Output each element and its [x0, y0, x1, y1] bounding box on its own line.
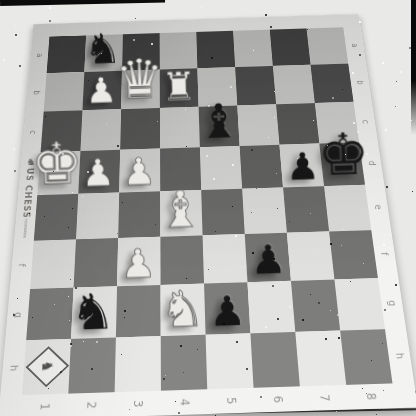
- square-e1: [34, 194, 78, 241]
- rank-label-bottom-8: 8: [346, 383, 396, 409]
- us-chess-corner-logo: ♞: [25, 346, 69, 387]
- square-b5: [197, 67, 237, 107]
- square-e8: [324, 185, 371, 232]
- mat-border-top: [49, 23, 86, 37]
- file-label-text: h: [393, 352, 407, 359]
- square-e5: [201, 189, 245, 236]
- background-right-strip: [411, 0, 416, 135]
- square-f4: [160, 235, 204, 285]
- rank-label-text: 6: [270, 395, 284, 403]
- rank-label-text: 3: [131, 400, 145, 408]
- mat-corner-top: [341, 14, 360, 27]
- square-d1: ♚: [37, 151, 80, 195]
- rank-label-bottom-2: 2: [67, 392, 115, 416]
- square-h3: [115, 336, 161, 392]
- file-label-right-b: b: [348, 63, 371, 102]
- square-a1: [47, 35, 87, 73]
- file-label-text: c: [27, 130, 38, 134]
- square-c8: [315, 102, 359, 144]
- square-a5: [196, 31, 235, 69]
- square-h7: [295, 330, 346, 386]
- square-a2: ♞: [84, 34, 123, 72]
- square-f8: [329, 230, 378, 279]
- photo-canvas: a♞ab♟♛♜bc♝c♚♟♟♟♚d♝ef♟♟fg♞♞♟gh♞h12345678♞…: [0, 0, 416, 416]
- mat-border-top: [86, 21, 123, 35]
- square-d5: [200, 146, 242, 190]
- square-g5: ♟: [204, 282, 250, 335]
- square-c2: [80, 109, 121, 151]
- square-a3: [122, 33, 160, 71]
- square-c3: [120, 108, 160, 150]
- us-chess-wordmark: US CHESS: [20, 168, 35, 219]
- square-f6: ♟: [245, 233, 291, 282]
- rank-label-bottom-3: 3: [114, 391, 161, 416]
- square-g7: [291, 279, 340, 331]
- square-h5: [206, 333, 254, 389]
- square-g1: [26, 288, 73, 341]
- rank-label-text: 1: [37, 403, 51, 411]
- square-h2: [68, 338, 116, 394]
- square-c1: [41, 110, 83, 152]
- square-d3: ♟: [119, 148, 160, 192]
- file-label-text: c: [360, 119, 371, 123]
- square-d4: [160, 147, 201, 191]
- square-b2: ♟: [82, 71, 122, 111]
- square-a7: [270, 29, 311, 66]
- square-e7: [283, 186, 329, 233]
- square-h6: [250, 332, 299, 388]
- rank-label-bottom-1: 1: [20, 394, 68, 416]
- mat-corner-bottom: [392, 383, 416, 408]
- square-g8: [334, 278, 385, 330]
- square-b7: [273, 65, 315, 104]
- file-label-text: a: [349, 43, 360, 47]
- square-a6: [233, 30, 273, 67]
- mat-border-top: [232, 17, 269, 31]
- scene: a♞ab♟♛♜bc♝c♚♟♟♟♚d♝ef♟♟fg♞♞♟gh♞h12345678♞…: [0, 0, 416, 416]
- file-label-text: f: [16, 263, 28, 266]
- square-f2: [74, 238, 119, 288]
- square-a8: [307, 27, 349, 64]
- rank-label-bottom-5: 5: [207, 388, 255, 414]
- square-f3: ♟: [117, 237, 160, 287]
- square-b3: ♛: [121, 70, 160, 110]
- square-d8: ♚: [319, 142, 365, 186]
- rank-label-text: 8: [363, 393, 378, 401]
- mat-border-top: [160, 19, 197, 33]
- square-c5: ♝: [199, 105, 240, 147]
- corner-logo-knight-icon: ♞: [38, 360, 56, 373]
- mat-border-top: [196, 18, 233, 32]
- square-g4: ♞: [161, 284, 206, 337]
- square-h4: [161, 335, 208, 391]
- square-f5: [203, 234, 248, 283]
- file-label-text: g: [385, 300, 398, 306]
- square-e3: [118, 191, 160, 238]
- square-f7: [287, 231, 335, 280]
- file-label-text: e: [372, 204, 384, 209]
- square-e6: [242, 187, 287, 234]
- square-b8: [311, 64, 354, 103]
- mat-border-top: [305, 15, 343, 29]
- file-label-right-a: a: [343, 27, 366, 64]
- file-label-right-e: e: [365, 184, 391, 230]
- file-label-text: d: [366, 160, 378, 165]
- us-chess-federation-text: FEDERATION: [22, 218, 28, 238]
- mat-border-top: [269, 16, 307, 30]
- square-b4: ♜: [160, 68, 199, 108]
- rank-label-text: 4: [177, 398, 191, 406]
- file-label-text: b: [31, 90, 42, 95]
- square-g2: ♞: [71, 286, 117, 339]
- file-label-text: f: [378, 252, 390, 255]
- square-e2: [76, 193, 119, 240]
- square-e4: ♝: [160, 190, 202, 237]
- file-label-text: h: [7, 364, 20, 371]
- mat-corner-bottom: [0, 395, 22, 416]
- square-h1: ♞: [22, 339, 71, 395]
- rank-label-bottom-7: 7: [300, 385, 349, 411]
- us-chess-knight-icon: ♞: [24, 156, 38, 168]
- square-c6: [237, 104, 279, 146]
- square-b1: [44, 72, 85, 112]
- rank-label-bottom-4: 4: [161, 389, 208, 415]
- square-b6: [235, 66, 276, 105]
- square-g6: [247, 281, 295, 334]
- rank-label-text: 5: [224, 397, 238, 405]
- file-label-text: g: [11, 311, 24, 317]
- rank-label-bottom-6: 6: [254, 386, 302, 412]
- mat-corner-top: [32, 24, 50, 37]
- square-c4: [160, 107, 200, 149]
- file-label-text: b: [354, 80, 365, 85]
- chess-board-mat: a♞ab♟♛♜bc♝c♚♟♟♟♚d♝ef♟♟fg♞♞♟gh♞h12345678♞…: [0, 14, 416, 416]
- square-g3: [116, 285, 161, 338]
- file-label-text: a: [34, 53, 45, 57]
- square-d6: [240, 145, 283, 189]
- square-d2: ♟: [78, 150, 120, 194]
- mat-border-top: [123, 20, 160, 34]
- square-a4: [160, 32, 198, 70]
- square-c7: [276, 103, 319, 145]
- square-h8: [340, 329, 392, 385]
- rank-label-text: 7: [317, 394, 332, 402]
- square-f1: [30, 239, 76, 289]
- square-d7: ♟: [279, 143, 324, 187]
- rank-label-text: 2: [84, 401, 98, 409]
